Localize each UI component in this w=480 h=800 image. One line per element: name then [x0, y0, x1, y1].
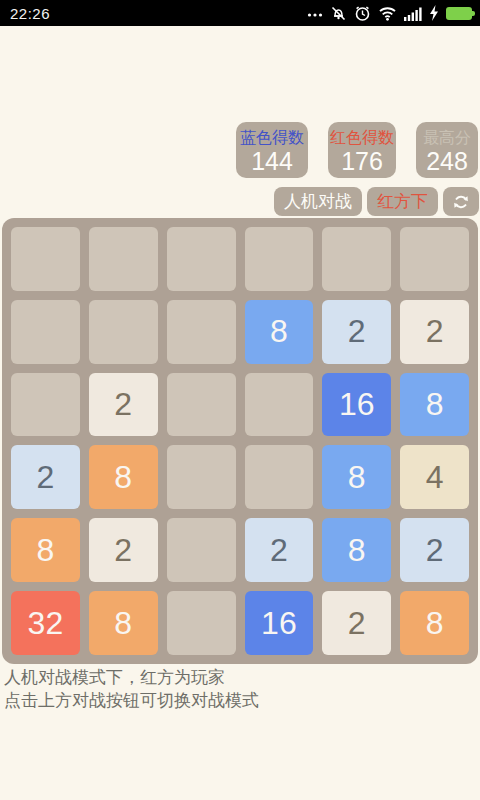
cell-r1c6 [400, 227, 469, 291]
cell-r6c3 [167, 591, 236, 655]
cell-r2c4: 8 [245, 300, 314, 364]
cell-r5c5: 8 [322, 518, 391, 582]
cell-r1c2 [89, 227, 158, 291]
cell-r2c5: 2 [322, 300, 391, 364]
board[interactable]: 82221682884822823281628 [2, 218, 478, 664]
cell-r3c1 [11, 373, 80, 437]
status-bar: 22:26 [0, 0, 480, 26]
cell-r1c1 [11, 227, 80, 291]
cell-r3c6: 8 [400, 373, 469, 437]
cell-r4c6: 4 [400, 445, 469, 509]
cell-r3c4 [245, 373, 314, 437]
cell-r6c6: 8 [400, 591, 469, 655]
cell-r4c1: 2 [11, 445, 80, 509]
control-row: 人机对战 红方下 [274, 187, 479, 216]
red-score-value: 176 [328, 148, 396, 175]
blue-score-value: 144 [236, 148, 308, 175]
red-score-box: 红色得数 176 [328, 122, 396, 178]
caption: 人机对战模式下，红方为玩家 点击上方对战按钮可切换对战模式 [4, 666, 259, 712]
cell-r5c2: 2 [89, 518, 158, 582]
more-icon [307, 5, 323, 21]
caption-line-2: 点击上方对战按钮可切换对战模式 [4, 689, 259, 712]
cell-r1c3 [167, 227, 236, 291]
clock-time: 22:26 [10, 5, 50, 22]
signal-icon [404, 6, 422, 21]
cell-r6c5: 2 [322, 591, 391, 655]
cell-r6c1: 32 [11, 591, 80, 655]
cell-r2c1 [11, 300, 80, 364]
cell-r4c2: 8 [89, 445, 158, 509]
restart-button[interactable] [443, 187, 479, 216]
turn-indicator-button[interactable]: 红方下 [367, 187, 438, 216]
cell-r6c4: 16 [245, 591, 314, 655]
refresh-icon [451, 192, 471, 212]
blue-score-label: 蓝色得数 [236, 128, 308, 148]
cell-r4c4 [245, 445, 314, 509]
cell-r5c4: 2 [245, 518, 314, 582]
alarm-icon [354, 5, 371, 22]
caption-line-1: 人机对战模式下，红方为玩家 [4, 666, 259, 689]
cell-r3c3 [167, 373, 236, 437]
charging-icon [429, 5, 439, 21]
mode-button[interactable]: 人机对战 [274, 187, 362, 216]
battery-icon [446, 7, 472, 20]
best-score-value: 248 [416, 148, 478, 175]
cell-r3c5: 16 [322, 373, 391, 437]
cell-r6c2: 8 [89, 591, 158, 655]
cell-r3c2: 2 [89, 373, 158, 437]
blue-score-box: 蓝色得数 144 [236, 122, 308, 178]
cell-r4c5: 8 [322, 445, 391, 509]
best-score-label: 最高分 [416, 128, 478, 148]
cell-r4c3 [167, 445, 236, 509]
wifi-icon [378, 6, 397, 21]
score-row: 蓝色得数 144 红色得数 176 最高分 248 [0, 122, 478, 178]
cell-r1c5 [322, 227, 391, 291]
best-score-box: 最高分 248 [416, 122, 478, 178]
cell-r5c3 [167, 518, 236, 582]
status-icons [307, 5, 472, 22]
cell-r1c4 [245, 227, 314, 291]
cell-r2c6: 2 [400, 300, 469, 364]
mute-icon [330, 5, 347, 22]
cell-r5c6: 2 [400, 518, 469, 582]
cell-r2c2 [89, 300, 158, 364]
cell-r2c3 [167, 300, 236, 364]
red-score-label: 红色得数 [328, 128, 396, 148]
cell-r5c1: 8 [11, 518, 80, 582]
